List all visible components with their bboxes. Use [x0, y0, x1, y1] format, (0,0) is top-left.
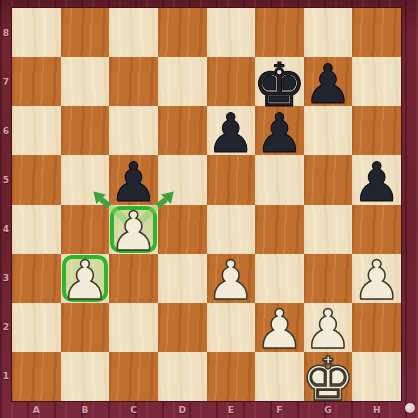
square-f6[interactable]: ♟ [255, 106, 304, 155]
file-label-e: E [228, 405, 234, 415]
square-g7[interactable]: ♟ [304, 57, 353, 106]
square-a1[interactable] [12, 352, 61, 401]
square-h8[interactable] [352, 8, 401, 57]
square-b1[interactable] [61, 352, 110, 401]
rank-label-2: 2 [3, 322, 9, 332]
square-f4[interactable] [255, 205, 304, 254]
square-g3[interactable] [304, 254, 353, 303]
file-label-h: H [373, 405, 381, 415]
square-c5[interactable]: ♟ [109, 155, 158, 204]
piece-black-pawn-f6[interactable]: ♟ [255, 109, 304, 158]
square-e6[interactable]: ♟ [207, 106, 256, 155]
piece-white-pawn-h3[interactable]: ♟ [352, 257, 401, 306]
square-d1[interactable] [158, 352, 207, 401]
square-f3[interactable] [255, 254, 304, 303]
rank-label-6: 6 [3, 126, 9, 136]
file-label-d: D [178, 405, 185, 415]
square-a7[interactable] [12, 57, 61, 106]
white-to-move-indicator [405, 403, 415, 413]
square-e8[interactable] [207, 8, 256, 57]
square-c2[interactable] [109, 303, 158, 352]
square-a3[interactable] [12, 254, 61, 303]
rank-label-4: 4 [3, 224, 9, 234]
square-a2[interactable] [12, 303, 61, 352]
piece-white-pawn-b3[interactable]: ♟ [61, 257, 110, 306]
square-b8[interactable] [61, 8, 110, 57]
square-h7[interactable] [352, 57, 401, 106]
rank-label-8: 8 [3, 28, 9, 38]
square-b7[interactable] [61, 57, 110, 106]
piece-black-pawn-h5[interactable]: ♟ [352, 158, 401, 207]
square-d8[interactable] [158, 8, 207, 57]
file-label-c: C [130, 405, 137, 415]
square-a6[interactable] [12, 106, 61, 155]
square-g8[interactable] [304, 8, 353, 57]
file-label-f: F [276, 405, 282, 415]
square-c8[interactable] [109, 8, 158, 57]
square-d6[interactable] [158, 106, 207, 155]
square-d4[interactable] [158, 205, 207, 254]
file-label-a: A [33, 405, 40, 415]
square-c4[interactable]: ♟ [109, 205, 158, 254]
square-d7[interactable] [158, 57, 207, 106]
chess-board: ♚♟♟♟♟♟♟♟♟♟♟♟♚ [12, 8, 401, 401]
square-d3[interactable] [158, 254, 207, 303]
piece-white-pawn-f2[interactable]: ♟ [255, 306, 304, 355]
square-e4[interactable] [207, 205, 256, 254]
rank-label-5: 5 [3, 175, 9, 185]
square-d5[interactable] [158, 155, 207, 204]
rank-label-3: 3 [3, 273, 9, 283]
square-f2[interactable]: ♟ [255, 303, 304, 352]
square-h5[interactable]: ♟ [352, 155, 401, 204]
square-g5[interactable] [304, 155, 353, 204]
piece-black-pawn-g7[interactable]: ♟ [304, 60, 353, 109]
square-b4[interactable] [61, 205, 110, 254]
piece-black-pawn-e6[interactable]: ♟ [207, 109, 256, 158]
square-h6[interactable] [352, 106, 401, 155]
square-f7[interactable]: ♚ [255, 57, 304, 106]
square-e3[interactable]: ♟ [207, 254, 256, 303]
square-e7[interactable] [207, 57, 256, 106]
square-b3[interactable]: ♟ [61, 254, 110, 303]
piece-white-king-g1[interactable]: ♚ [304, 355, 353, 404]
file-label-b: B [82, 405, 89, 415]
board-frame: ♚♟♟♟♟♟♟♟♟♟♟♟♚ 87654321 ABCDEFGH [0, 0, 418, 418]
square-b6[interactable] [61, 106, 110, 155]
square-g1[interactable]: ♚ [304, 352, 353, 401]
square-a8[interactable] [12, 8, 61, 57]
rank-label-7: 7 [3, 77, 9, 87]
square-b5[interactable] [61, 155, 110, 204]
square-d2[interactable] [158, 303, 207, 352]
square-c7[interactable] [109, 57, 158, 106]
piece-white-pawn-c4[interactable]: ♟ [109, 208, 158, 257]
square-a4[interactable] [12, 205, 61, 254]
rank-labels: 87654321 [0, 8, 12, 401]
square-h1[interactable] [352, 352, 401, 401]
square-a5[interactable] [12, 155, 61, 204]
square-c1[interactable] [109, 352, 158, 401]
rank-label-1: 1 [3, 371, 9, 381]
piece-white-pawn-e3[interactable]: ♟ [207, 257, 256, 306]
square-c6[interactable] [109, 106, 158, 155]
square-g4[interactable] [304, 205, 353, 254]
square-e1[interactable] [207, 352, 256, 401]
square-h3[interactable]: ♟ [352, 254, 401, 303]
